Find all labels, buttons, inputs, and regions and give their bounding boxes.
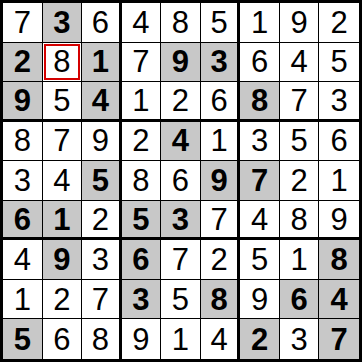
cell-r9c3[interactable]: 8 bbox=[82, 319, 122, 359]
cell-r7c6[interactable]: 2 bbox=[201, 240, 241, 280]
cell-r7c8[interactable]: 1 bbox=[280, 240, 320, 280]
cell-r7c7[interactable]: 5 bbox=[240, 240, 280, 280]
cell-r8c3[interactable]: 7 bbox=[82, 280, 122, 320]
cell-r8c9[interactable]: 4 bbox=[319, 280, 359, 320]
cell-r6c5[interactable]: 3 bbox=[161, 201, 201, 241]
cell-r7c1[interactable]: 4 bbox=[3, 240, 43, 280]
cell-r2c5[interactable]: 9 bbox=[161, 43, 201, 83]
cell-r5c4[interactable]: 8 bbox=[122, 161, 162, 201]
cell-r9c4[interactable]: 9 bbox=[122, 319, 162, 359]
cell-r2c9[interactable]: 5 bbox=[319, 43, 359, 83]
cell-r1c3[interactable]: 6 bbox=[82, 3, 122, 43]
cell-r6c4[interactable]: 5 bbox=[122, 201, 162, 241]
cell-r9c7[interactable]: 2 bbox=[240, 319, 280, 359]
cell-r2c3[interactable]: 1 bbox=[82, 43, 122, 83]
cell-r5c3[interactable]: 5 bbox=[82, 161, 122, 201]
cell-r9c1[interactable]: 5 bbox=[3, 319, 43, 359]
cell-r7c2[interactable]: 9 bbox=[43, 240, 83, 280]
cell-r4c1[interactable]: 8 bbox=[3, 122, 43, 162]
cell-r3c1[interactable]: 9 bbox=[3, 82, 43, 122]
cell-r5c1[interactable]: 3 bbox=[3, 161, 43, 201]
cell-r1c2[interactable]: 3 bbox=[43, 3, 83, 43]
cell-r5c7[interactable]: 7 bbox=[240, 161, 280, 201]
cell-r1c1[interactable]: 7 bbox=[3, 3, 43, 43]
cell-r4c3[interactable]: 9 bbox=[82, 122, 122, 162]
cell-r4c2[interactable]: 7 bbox=[43, 122, 83, 162]
cell-r4c8[interactable]: 5 bbox=[280, 122, 320, 162]
cell-r1c9[interactable]: 2 bbox=[319, 3, 359, 43]
cell-r7c9[interactable]: 8 bbox=[319, 240, 359, 280]
cell-r1c7[interactable]: 1 bbox=[240, 3, 280, 43]
cell-r7c3[interactable]: 3 bbox=[82, 240, 122, 280]
cell-r1c4[interactable]: 4 bbox=[122, 3, 162, 43]
cell-r6c3[interactable]: 2 bbox=[82, 201, 122, 241]
cell-r3c2[interactable]: 5 bbox=[43, 82, 83, 122]
cell-r9c9[interactable]: 7 bbox=[319, 319, 359, 359]
cell-r3c4[interactable]: 1 bbox=[122, 82, 162, 122]
cell-r2c4[interactable]: 7 bbox=[122, 43, 162, 83]
cell-r8c1[interactable]: 1 bbox=[3, 280, 43, 320]
cell-r9c5[interactable]: 1 bbox=[161, 319, 201, 359]
cell-r5c9[interactable]: 1 bbox=[319, 161, 359, 201]
cell-r1c5[interactable]: 8 bbox=[161, 3, 201, 43]
cell-r8c2[interactable]: 2 bbox=[43, 280, 83, 320]
cell-r9c6[interactable]: 4 bbox=[201, 319, 241, 359]
cell-r6c6[interactable]: 7 bbox=[201, 201, 241, 241]
cell-r8c7[interactable]: 9 bbox=[240, 280, 280, 320]
cell-r3c6[interactable]: 6 bbox=[201, 82, 241, 122]
cell-r3c7[interactable]: 8 bbox=[240, 82, 280, 122]
cell-r7c4[interactable]: 6 bbox=[122, 240, 162, 280]
cell-r5c8[interactable]: 2 bbox=[280, 161, 320, 201]
cell-r9c2[interactable]: 6 bbox=[43, 319, 83, 359]
cell-r4c7[interactable]: 3 bbox=[240, 122, 280, 162]
sudoku-board: 7364851922817936459541268738792413563458… bbox=[0, 0, 362, 362]
cell-r8c6[interactable]: 8 bbox=[201, 280, 241, 320]
cell-r4c9[interactable]: 6 bbox=[319, 122, 359, 162]
cell-r5c5[interactable]: 6 bbox=[161, 161, 201, 201]
cell-r2c7[interactable]: 6 bbox=[240, 43, 280, 83]
cell-r9c8[interactable]: 3 bbox=[280, 319, 320, 359]
cell-r5c2[interactable]: 4 bbox=[43, 161, 83, 201]
cell-r4c6[interactable]: 1 bbox=[201, 122, 241, 162]
cell-r2c1[interactable]: 2 bbox=[3, 43, 43, 83]
cell-r1c6[interactable]: 5 bbox=[201, 3, 241, 43]
cell-r4c5[interactable]: 4 bbox=[161, 122, 201, 162]
cell-r1c8[interactable]: 9 bbox=[280, 3, 320, 43]
cell-r8c4[interactable]: 3 bbox=[122, 280, 162, 320]
cell-r4c4[interactable]: 2 bbox=[122, 122, 162, 162]
cell-r3c9[interactable]: 3 bbox=[319, 82, 359, 122]
cell-r6c7[interactable]: 4 bbox=[240, 201, 280, 241]
cell-r3c5[interactable]: 2 bbox=[161, 82, 201, 122]
cell-r7c5[interactable]: 7 bbox=[161, 240, 201, 280]
cell-r8c8[interactable]: 6 bbox=[280, 280, 320, 320]
cell-r6c9[interactable]: 9 bbox=[319, 201, 359, 241]
cell-r6c1[interactable]: 6 bbox=[3, 201, 43, 241]
cell-r8c5[interactable]: 5 bbox=[161, 280, 201, 320]
cell-r2c2[interactable]: 8 bbox=[43, 43, 83, 83]
cell-r3c3[interactable]: 4 bbox=[82, 82, 122, 122]
cell-r2c6[interactable]: 3 bbox=[201, 43, 241, 83]
cell-r2c8[interactable]: 4 bbox=[280, 43, 320, 83]
cell-r6c8[interactable]: 8 bbox=[280, 201, 320, 241]
cell-r3c8[interactable]: 7 bbox=[280, 82, 320, 122]
cell-r6c2[interactable]: 1 bbox=[43, 201, 83, 241]
cell-r5c6[interactable]: 9 bbox=[201, 161, 241, 201]
